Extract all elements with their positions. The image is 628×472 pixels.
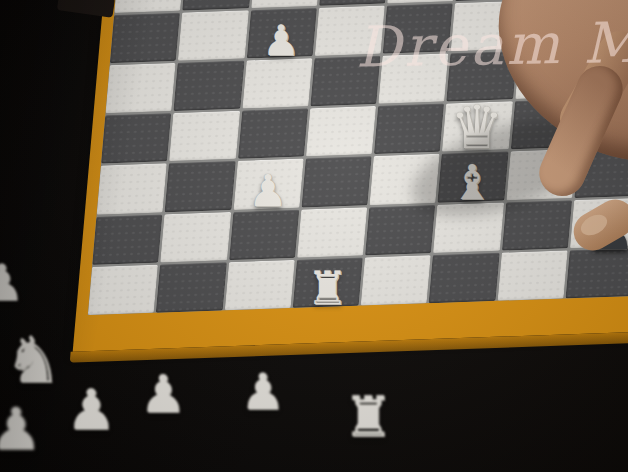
offboard-white-rook-6[interactable]: ♜ [343, 389, 393, 445]
held-black-piece[interactable]: ♟ [584, 200, 628, 258]
dark-object-top-left [57, 0, 115, 18]
photo-stage: ♟♛♝♟♜ ♟♞♟♟♟♟♜ ♟ Dream Ma [0, 0, 628, 472]
offboard-white-pawn-2[interactable]: ♟ [0, 400, 42, 458]
table-layer: ♟♞♟♟♟♟♜ [0, 0, 628, 472]
offboard-white-pawn-3[interactable]: ♟ [66, 382, 116, 438]
offboard-white-pawn-0[interactable]: ♟ [0, 258, 24, 308]
offboard-white-knight-1[interactable]: ♞ [4, 328, 61, 392]
offboard-white-pawn-4[interactable]: ♟ [140, 368, 187, 420]
offboard-white-pawn-5[interactable]: ♟ [241, 367, 286, 417]
